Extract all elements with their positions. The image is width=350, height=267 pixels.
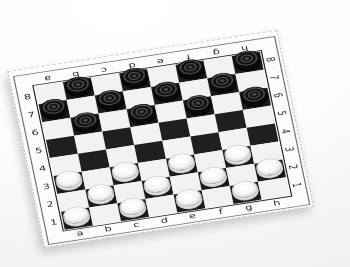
photo-scene: abcdefgh8877665544332211abcdefgh <box>0 0 350 267</box>
checkers-board: abcdefgh8877665544332211abcdefgh <box>14 38 310 244</box>
board-corner <box>290 193 310 207</box>
board-sheet: abcdefgh8877665544332211abcdefgh <box>7 30 314 248</box>
board-corner <box>257 38 277 52</box>
board-corner <box>47 230 67 244</box>
sheet-shadow-wrap: abcdefgh8877665544332211abcdefgh <box>0 0 350 267</box>
